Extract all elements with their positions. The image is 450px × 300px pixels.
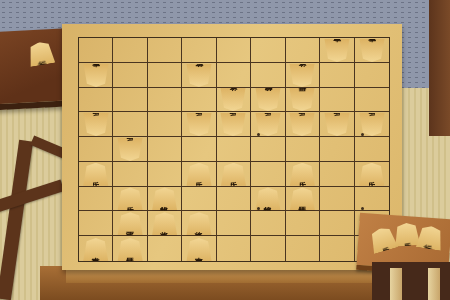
shogi-piece-gote-R[interactable]: 飛車 (324, 39, 350, 62)
shogi-piece-gote-K[interactable]: 玉将 (186, 64, 212, 87)
board-cell-5-4: 歩兵 (217, 112, 251, 137)
piece-kanji: 角行 (426, 238, 434, 239)
board-cell-9-1 (79, 38, 113, 63)
board-cell-2-1: 飛車 (320, 38, 354, 63)
board-cell-5-6: 歩兵 (217, 162, 251, 187)
shogi-piece-gote-S[interactable]: 銀将 (255, 88, 281, 111)
board-cell-6-6: 歩兵 (182, 162, 216, 187)
side-table-edge (429, 0, 450, 136)
shogi-piece-sente-G[interactable]: 金将 (186, 212, 212, 235)
shogi-piece-sente-N[interactable]: 桂馬 (289, 187, 315, 210)
board-cell-3-9 (286, 236, 320, 261)
board-cell-9-8 (79, 211, 113, 236)
hoshi-dot (361, 207, 364, 210)
board-cell-3-7: 桂馬 (286, 187, 320, 212)
komadai-leg (390, 268, 402, 300)
board-cell-5-5 (217, 137, 251, 162)
shogi-piece-gote-P[interactable]: 歩兵 (186, 113, 212, 136)
shogi-piece-sente-S[interactable]: 銀将 (152, 187, 178, 210)
piece-kanji: 角行 (37, 54, 45, 55)
board-cell-5-1 (217, 38, 251, 63)
board-cell-2-3 (320, 88, 354, 113)
board-cell-9-9: 香車 (79, 236, 113, 261)
board-cell-3-2: 金将 (286, 63, 320, 88)
board-cell-4-6 (251, 162, 285, 187)
board-cell-1-2 (355, 63, 389, 88)
board-cell-6-1 (182, 38, 216, 63)
board-cell-2-4: 歩兵 (320, 112, 354, 137)
board-cell-7-3 (148, 88, 182, 113)
board-cell-7-9 (148, 236, 182, 261)
shogi-piece-gote-N[interactable]: 桂馬 (289, 88, 315, 111)
board-cell-7-4 (148, 112, 182, 137)
board-cell-8-7: 歩兵 (113, 187, 147, 212)
board-cell-3-3: 桂馬 (286, 88, 320, 113)
hoshi-dot (257, 207, 260, 210)
board-cell-4-8 (251, 211, 285, 236)
board-cell-1-6: 歩兵 (355, 162, 389, 187)
shogi-piece-sente-P[interactable]: 歩兵 (220, 163, 246, 186)
shogi-piece-gote-P[interactable]: 歩兵 (117, 138, 143, 161)
board-cell-8-4 (113, 112, 147, 137)
board-cell-9-4: 歩兵 (79, 112, 113, 137)
board-cell-2-5 (320, 137, 354, 162)
hoshi-dot (257, 133, 260, 136)
board-cell-8-5: 歩兵 (113, 137, 147, 162)
scene: 飛車香車香車玉将金将金将銀将桂馬歩兵歩兵歩兵歩兵歩兵歩兵歩兵歩兵歩兵歩兵歩兵歩兵… (0, 0, 450, 300)
board-cell-2-9 (320, 236, 354, 261)
sente-komadai-legs (372, 262, 450, 300)
board-cell-9-5 (79, 137, 113, 162)
hoshi-dot (361, 133, 364, 136)
board-cell-4-9 (251, 236, 285, 261)
board-cell-4-3: 銀将 (251, 88, 285, 113)
board-cell-3-4: 歩兵 (286, 112, 320, 137)
shogi-piece-gote-L[interactable]: 香車 (83, 64, 109, 87)
shogi-piece-sente-P[interactable]: 歩兵 (117, 187, 143, 210)
shogi-piece-sente-L[interactable]: 香車 (83, 238, 109, 261)
board-cell-8-1 (113, 38, 147, 63)
board-cell-1-4: 歩兵 (355, 112, 389, 137)
board-cell-9-2: 香車 (79, 63, 113, 88)
board-cell-3-1 (286, 38, 320, 63)
board-cell-4-1 (251, 38, 285, 63)
board-cell-6-2: 玉将 (182, 63, 216, 88)
shogi-piece-sente-K[interactable]: 王将 (117, 212, 143, 235)
piece-kanji: 歩兵 (403, 235, 411, 236)
shogi-piece-sente-P[interactable]: 歩兵 (83, 163, 109, 186)
board-cell-6-4: 歩兵 (182, 112, 216, 137)
board-cell-8-9: 桂馬 (113, 236, 147, 261)
shogi-board: 飛車香車香車玉将金将金将銀将桂馬歩兵歩兵歩兵歩兵歩兵歩兵歩兵歩兵歩兵歩兵歩兵歩兵… (62, 24, 402, 270)
shogi-piece-gote-P[interactable]: 歩兵 (83, 113, 109, 136)
board-side-face (66, 270, 398, 283)
board-cell-4-5 (251, 137, 285, 162)
shogi-piece-gote-G[interactable]: 金将 (289, 64, 315, 87)
board-cell-9-6: 歩兵 (79, 162, 113, 187)
board-cell-7-2 (148, 63, 182, 88)
board-cell-5-8 (217, 211, 251, 236)
board-cell-3-6: 歩兵 (286, 162, 320, 187)
shogi-piece-sente-G[interactable]: 金将 (152, 212, 178, 235)
shogi-piece-gote-P[interactable]: 歩兵 (324, 113, 350, 136)
board-cell-7-5 (148, 137, 182, 162)
board-cell-2-7 (320, 187, 354, 212)
board-cell-9-3 (79, 88, 113, 113)
board-cell-5-7 (217, 187, 251, 212)
shogi-piece-gote-P[interactable]: 歩兵 (289, 113, 315, 136)
board-cell-2-2 (320, 63, 354, 88)
piece-kanji: 歩兵 (379, 239, 387, 241)
board-cell-5-9 (217, 236, 251, 261)
shogi-piece-sente-N[interactable]: 桂馬 (117, 238, 143, 261)
shogi-piece-gote-P[interactable]: 歩兵 (220, 113, 246, 136)
board-grid: 飛車香車香車玉将金将金将銀将桂馬歩兵歩兵歩兵歩兵歩兵歩兵歩兵歩兵歩兵歩兵歩兵歩兵… (78, 37, 390, 262)
board-cell-7-6 (148, 162, 182, 187)
board-cell-8-6 (113, 162, 147, 187)
board-cell-8-3 (113, 88, 147, 113)
board-cell-1-5 (355, 137, 389, 162)
board-cell-4-2 (251, 63, 285, 88)
shogi-piece-sente-R[interactable]: 飛車 (186, 238, 212, 261)
shogi-piece-gote-L[interactable]: 香車 (359, 39, 385, 62)
board-cell-5-3: 金将 (217, 88, 251, 113)
board-cell-3-5 (286, 137, 320, 162)
shogi-piece-gote-G[interactable]: 金将 (220, 88, 246, 111)
board-cell-5-2 (217, 63, 251, 88)
board-cell-6-3 (182, 88, 216, 113)
komadai-leg (428, 268, 440, 300)
shogi-piece-sente-P[interactable]: 歩兵 (289, 163, 315, 186)
board-cell-2-6 (320, 162, 354, 187)
board-cell-2-8 (320, 211, 354, 236)
board-cell-3-8 (286, 211, 320, 236)
board-cell-1-7 (355, 187, 389, 212)
board-cell-7-1 (148, 38, 182, 63)
board-cell-9-7 (79, 187, 113, 212)
board-cell-8-2 (113, 63, 147, 88)
board-cell-6-9: 飛車 (182, 236, 216, 261)
board-cell-7-7: 銀将 (148, 187, 182, 212)
board-cell-1-3 (355, 88, 389, 113)
board-cell-1-1: 香車 (355, 38, 389, 63)
board-cell-6-8: 金将 (182, 211, 216, 236)
board-cell-6-5 (182, 137, 216, 162)
board-cell-6-7 (182, 187, 216, 212)
board-cell-7-8: 金将 (148, 211, 182, 236)
board-cell-8-8: 王将 (113, 211, 147, 236)
shogi-piece-sente-P[interactable]: 歩兵 (186, 163, 212, 186)
shogi-piece-sente-P[interactable]: 歩兵 (359, 163, 385, 186)
